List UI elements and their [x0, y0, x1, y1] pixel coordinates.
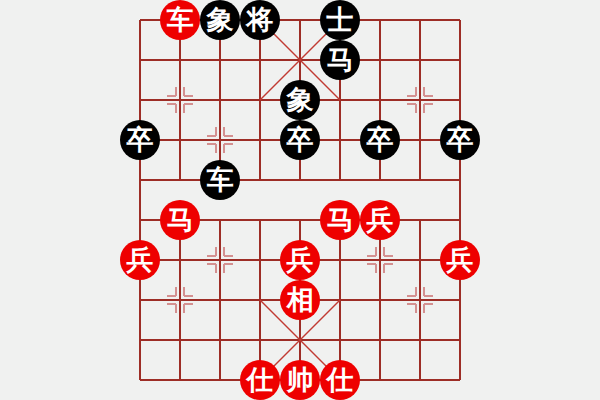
piece-black-soldier[interactable]: 卒 [360, 120, 400, 160]
piece-black-elephant[interactable]: 象 [200, 0, 240, 40]
piece-red-chariot[interactable]: 车 [160, 0, 200, 40]
piece-black-soldier[interactable]: 卒 [440, 120, 480, 160]
piece-black-soldier[interactable]: 卒 [120, 120, 160, 160]
piece-red-advisor[interactable]: 仕 [320, 360, 360, 400]
piece-red-horse[interactable]: 马 [320, 200, 360, 240]
piece-black-horse[interactable]: 马 [320, 40, 360, 80]
piece-red-soldier[interactable]: 兵 [280, 240, 320, 280]
piece-red-horse[interactable]: 马 [160, 200, 200, 240]
piece-black-advisor[interactable]: 士 [320, 0, 360, 40]
piece-red-elephant[interactable]: 相 [280, 280, 320, 320]
pieces-layer: 车象将士马象卒卒卒卒车马马兵兵兵兵相仕帅仕 [120, 0, 480, 400]
piece-red-soldier[interactable]: 兵 [360, 200, 400, 240]
piece-red-advisor[interactable]: 仕 [240, 360, 280, 400]
piece-black-general[interactable]: 将 [240, 0, 280, 40]
piece-red-soldier[interactable]: 兵 [440, 240, 480, 280]
piece-red-king[interactable]: 帅 [280, 360, 320, 400]
xiangqi-app: 车象将士马象卒卒卒卒车马马兵兵兵兵相仕帅仕 [0, 0, 600, 400]
piece-black-chariot[interactable]: 车 [200, 160, 240, 200]
piece-black-elephant[interactable]: 象 [280, 80, 320, 120]
piece-black-soldier[interactable]: 卒 [280, 120, 320, 160]
piece-red-soldier[interactable]: 兵 [120, 240, 160, 280]
